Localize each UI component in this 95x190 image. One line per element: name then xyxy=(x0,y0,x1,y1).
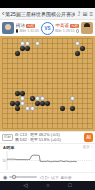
white-player-info: 申真谞 九段 用时 1:28:10 xyxy=(56,23,79,33)
black-stone xyxy=(80,46,84,50)
loop-icon[interactable]: ◉ xyxy=(3,173,7,181)
black-stone xyxy=(10,101,14,105)
android-back-button[interactable]: ◁ xyxy=(23,181,27,190)
black-stone xyxy=(15,106,19,110)
black-stone xyxy=(30,96,34,100)
white-stone xyxy=(40,96,44,100)
android-recents-button[interactable]: □ xyxy=(68,181,71,190)
black-player-info: 柯洁 九段 用时 1:32:45 xyxy=(16,23,39,33)
black-stone xyxy=(15,51,19,55)
black-player-sub: 用时 1:32:45 xyxy=(16,29,39,34)
white-player-sub: 用时 1:28:10 xyxy=(55,29,79,34)
white-stone xyxy=(35,41,39,45)
black-player-avatar[interactable] xyxy=(2,22,14,34)
white-stone xyxy=(75,41,79,45)
back-icon[interactable]: ‹ xyxy=(2,9,4,19)
black-move-info: 黑 D32 · 胜率 51.8% (+0.5) xyxy=(15,138,82,143)
black-stone xyxy=(15,101,19,105)
black-stone xyxy=(35,101,39,105)
white-player-avatar[interactable] xyxy=(81,22,93,34)
black-stone xyxy=(75,51,79,55)
try-move-button[interactable]: 试下 xyxy=(51,175,59,180)
share-icon[interactable]: ⤴ xyxy=(77,11,80,17)
status-bar xyxy=(0,0,95,8)
ai-analyze-button[interactable]: AI分析 xyxy=(61,175,72,180)
black-stone xyxy=(40,101,44,105)
ai-button[interactable]: AI xyxy=(84,133,93,142)
move-info-bar: 精解 白 C13 · 胜率 48.2% (-0.5) 黑 D32 · 胜率 51… xyxy=(0,131,95,143)
white-rank-tag: 九段 xyxy=(70,24,79,29)
go-board[interactable] xyxy=(0,36,95,131)
menu-icon[interactable]: ≡ xyxy=(89,11,93,17)
next-move-icon[interactable]: ▷ xyxy=(45,173,49,181)
move-info-lines: 白 C13 · 胜率 48.2% (-0.5) 黑 D32 · 胜率 51.8%… xyxy=(15,133,82,143)
black-rank-tag: 九段 xyxy=(26,24,35,29)
tab-ai-winrate[interactable]: AI胜率 xyxy=(3,145,14,150)
board-stones-layer xyxy=(0,36,95,131)
black-stone xyxy=(20,91,24,95)
last-move-marker xyxy=(32,98,34,100)
player-bar: 柯洁 九段 用时 1:32:45 VS 申真谞 九段 用时 1:28:10 xyxy=(0,20,95,36)
android-home-button[interactable]: ○ xyxy=(46,181,49,190)
prev-move-icon[interactable]: ◁ xyxy=(39,173,43,181)
winrate-line-chart: 50 xyxy=(0,150,95,172)
chart-more-link[interactable]: 更多 › xyxy=(83,145,92,149)
black-stone xyxy=(60,106,64,110)
black-stone xyxy=(15,91,19,95)
move-slider[interactable] xyxy=(9,176,37,177)
white-stone xyxy=(25,106,29,110)
analysis-badge: 精解 xyxy=(2,134,13,141)
grid-icon[interactable]: ⊞ xyxy=(82,10,87,17)
white-stone xyxy=(20,101,24,105)
black-stone xyxy=(45,101,49,105)
phone-screen: ‹ 第25届三星杯世界围棋公开赛决赛 ⤴ ⊞ ≡ 柯洁 九段 用时 1:32:4… xyxy=(0,0,95,190)
winrate-chart-panel: AI胜率 更多 › 50 xyxy=(0,143,95,172)
black-stone xyxy=(70,106,74,110)
white-stone xyxy=(20,96,24,100)
android-nav-bar: ◁ ○ □ xyxy=(0,181,95,190)
white-stone xyxy=(25,41,29,45)
black-stone xyxy=(20,46,24,50)
white-stone-icon xyxy=(76,29,80,33)
white-stone xyxy=(70,96,74,100)
black-stone-icon xyxy=(16,29,18,33)
page-title: 第25届三星杯世界围棋公开赛决赛 xyxy=(5,11,75,17)
white-stone xyxy=(30,106,34,110)
white-stone xyxy=(20,41,24,45)
app-header: ‹ 第25届三星杯世界围棋公开赛决赛 ⤴ ⊞ ≡ xyxy=(0,8,95,20)
white-stone xyxy=(35,96,39,100)
vs-badge: VS xyxy=(41,22,54,35)
svg-text:50: 50 xyxy=(2,159,6,163)
slider-knob[interactable] xyxy=(12,175,16,179)
black-stone xyxy=(25,46,29,50)
playback-controls: ◉ ◁ ▷ 试下 AI分析 xyxy=(0,172,95,181)
